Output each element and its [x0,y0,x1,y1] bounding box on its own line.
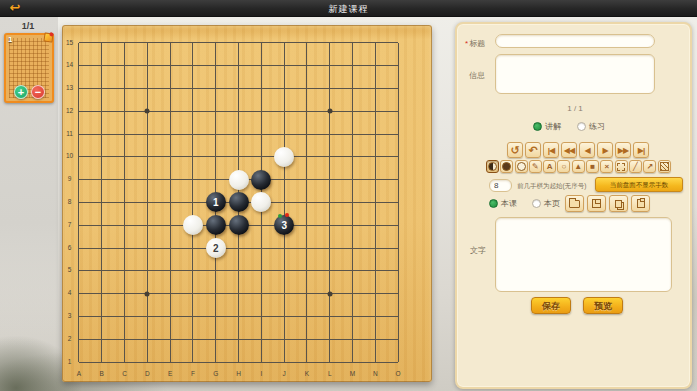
board-intersection[interactable] [318,77,341,100]
board-intersection[interactable] [341,305,364,328]
tool-select-area-button[interactable] [615,160,628,173]
board-intersection[interactable] [250,32,273,55]
board-intersection[interactable] [296,191,319,214]
copy-icon [615,200,622,208]
board-intersection[interactable] [250,54,273,77]
board-intersection[interactable] [90,259,113,282]
board-intersection[interactable] [296,168,319,191]
white-stone[interactable] [274,147,294,167]
board-intersection[interactable] [182,168,205,191]
board-intersection[interactable] [250,145,273,168]
board-intersection[interactable] [341,77,364,100]
black-stone[interactable]: 3 [274,215,294,235]
remove-page-button[interactable]: − [31,85,45,99]
board-intersection[interactable] [136,305,159,328]
board-intersection[interactable] [204,328,227,351]
board-intersection[interactable] [296,100,319,123]
board-intersection[interactable] [227,145,250,168]
board-intersection[interactable] [227,305,250,328]
board-intersection[interactable] [250,123,273,146]
board-intersection[interactable] [113,282,136,305]
board-intersection[interactable] [227,328,250,351]
board-intersection[interactable] [273,305,296,328]
board-intersection[interactable] [364,32,387,55]
tool-eraser-button[interactable]: ✎ [529,160,542,173]
board-intersection[interactable] [364,328,387,351]
nav-reset-button[interactable]: ↺ [507,142,523,158]
board-intersection[interactable] [250,328,273,351]
black-stone[interactable] [229,215,249,235]
board-intersection[interactable] [227,282,250,305]
page-title: 新建课程 [0,3,697,16]
board-intersection[interactable] [136,259,159,282]
mode-radio[interactable]: 练习 [577,121,605,132]
board-intersection[interactable] [68,168,91,191]
board-intersection[interactable] [159,32,182,55]
board-intersection[interactable] [387,100,410,123]
board-intersection[interactable] [136,145,159,168]
board-intersection[interactable] [113,54,136,77]
black-stone-icon [502,162,511,171]
board-intersection[interactable] [341,123,364,146]
board-intersection[interactable] [273,77,296,100]
scope-radio[interactable]: 本课 [489,198,517,209]
black-stone[interactable]: 1 [206,192,226,212]
board-intersection[interactable] [159,100,182,123]
required-asterisk: * [465,39,468,48]
board-intersection[interactable] [318,282,341,305]
board-intersection[interactable]: 2 [204,237,227,260]
board-intersection[interactable] [90,100,113,123]
board-intersection[interactable] [90,305,113,328]
board-intersection[interactable] [227,123,250,146]
board-intersection[interactable] [296,145,319,168]
board-intersection[interactable] [159,282,182,305]
board-intersection[interactable] [296,32,319,55]
board-intersection[interactable] [250,77,273,100]
board-intersection[interactable] [136,191,159,214]
board-intersection[interactable] [159,328,182,351]
board-intersection[interactable] [296,259,319,282]
board-intersection[interactable] [273,168,296,191]
board-intersection[interactable] [68,351,91,374]
board-intersection[interactable] [204,145,227,168]
tool-letter-label-button[interactable]: A [543,160,556,173]
board-intersection[interactable] [68,77,91,100]
board-intersection[interactable] [227,168,250,191]
mode-radio-group: 讲解练习 [533,121,605,132]
board-intersection[interactable] [318,237,341,260]
board-intersection[interactable] [182,282,205,305]
board-intersection[interactable] [318,123,341,146]
board-intersection[interactable] [68,54,91,77]
board-intersection[interactable] [341,328,364,351]
board-intersection[interactable] [273,54,296,77]
board-intersection[interactable] [136,328,159,351]
board-intersection[interactable] [227,259,250,282]
board-intersection[interactable] [68,259,91,282]
board-intersection[interactable] [182,32,205,55]
white-stone[interactable] [229,170,249,190]
star-point [327,291,332,296]
tool-alternate-stone-button[interactable] [486,160,499,173]
add-page-button[interactable]: + [14,85,28,99]
white-stone[interactable] [251,192,271,212]
board-intersection[interactable] [182,351,205,374]
board-intersection[interactable]: 1 [204,191,227,214]
board-intersection[interactable] [204,282,227,305]
board-intersection[interactable] [136,54,159,77]
board-intersection[interactable] [364,145,387,168]
tool-white-stone-button[interactable] [515,160,528,173]
board-intersection[interactable] [159,145,182,168]
board-intersection[interactable] [136,32,159,55]
board-intersection[interactable] [250,305,273,328]
board-intersection[interactable] [68,237,91,260]
board-intersection[interactable] [68,191,91,214]
board-intersection[interactable] [182,123,205,146]
board-intersection[interactable] [90,237,113,260]
board-intersection[interactable] [159,259,182,282]
board-intersection[interactable] [159,305,182,328]
board-intersection[interactable] [227,100,250,123]
board-intersection[interactable] [341,145,364,168]
board-intersection[interactable] [68,32,91,55]
board-intersection[interactable] [68,214,91,237]
board-intersection[interactable] [341,32,364,55]
alternate-stone-icon [488,162,497,171]
board-intersection[interactable] [296,282,319,305]
board-intersection[interactable] [250,282,273,305]
board-intersection[interactable] [318,32,341,55]
board-intersection[interactable] [250,351,273,374]
page-thumbnail[interactable]: 1 + − [4,33,54,103]
text-textarea[interactable] [495,217,672,292]
board-intersection[interactable] [341,282,364,305]
paste-button[interactable] [631,195,650,212]
board-intersection[interactable] [204,214,227,237]
board-intersection[interactable] [113,305,136,328]
board-intersection[interactable] [364,100,387,123]
board-intersection[interactable] [364,54,387,77]
board-intersection[interactable] [273,100,296,123]
board-intersection[interactable] [90,328,113,351]
white-stone[interactable] [183,215,203,235]
board-intersection[interactable] [182,328,205,351]
board-intersection[interactable] [159,191,182,214]
nav-undo-button[interactable]: ↶ [525,142,541,158]
board-intersection[interactable] [364,168,387,191]
black-stone[interactable] [229,192,249,212]
board-intersection[interactable] [250,237,273,260]
board-intersection[interactable] [364,214,387,237]
board-intersection[interactable] [364,259,387,282]
board-intersection[interactable] [90,282,113,305]
board-intersection[interactable] [273,32,296,55]
radio-label: 本页 [544,198,560,209]
board-intersection[interactable] [113,351,136,374]
board-intersection[interactable] [250,191,273,214]
board-intersection[interactable] [136,168,159,191]
scope-radio[interactable]: 本页 [532,198,560,209]
board-intersection[interactable] [250,168,273,191]
board-intersection[interactable] [113,32,136,55]
board-intersection[interactable] [341,191,364,214]
board-intersection[interactable] [90,145,113,168]
board-intersection[interactable] [68,123,91,146]
tool-triangle-marker-button[interactable]: ▲ [572,160,585,173]
board-intersection[interactable] [90,54,113,77]
board-intersection[interactable] [204,259,227,282]
board-intersection[interactable] [273,282,296,305]
board-intersection[interactable] [159,77,182,100]
board-intersection[interactable] [318,54,341,77]
board-intersection[interactable] [318,145,341,168]
board-intersection[interactable] [113,259,136,282]
open-file-button[interactable] [565,195,584,212]
board-intersection[interactable] [182,305,205,328]
board-intersection[interactable] [227,54,250,77]
board-intersection[interactable] [296,123,319,146]
board-intersection[interactable] [364,191,387,214]
folder-icon [569,200,580,208]
board-intersection[interactable] [387,32,410,55]
board-intersection[interactable] [113,191,136,214]
green-dot-marker [278,214,282,218]
board-intersection[interactable] [90,77,113,100]
star-point [145,109,150,114]
tool-hatch-area-button[interactable] [658,160,671,173]
board-intersection[interactable] [273,145,296,168]
black-stone[interactable] [206,215,226,235]
board-intersection[interactable] [159,214,182,237]
board-intersection[interactable] [136,351,159,374]
gomoku-board: 151413121110987654321 ABCDEFGHIJKLMNO 13… [62,25,432,382]
board-intersection[interactable] [182,259,205,282]
board-intersection[interactable] [250,100,273,123]
course-edit-panel: *标题 信息 1 / 1 讲解练习 ↺↶|◀◀◀◀▶▶▶▶| ✎A○▲■×╱↗ … [455,22,692,389]
board-intersection[interactable] [341,100,364,123]
radio-dot [489,199,498,208]
board-intersection[interactable] [250,259,273,282]
board-intersection[interactable] [273,191,296,214]
board-intersection[interactable] [90,123,113,146]
board-intersection[interactable] [387,123,410,146]
board-intersection[interactable] [364,282,387,305]
board-intersection[interactable] [296,305,319,328]
board-intersection[interactable] [273,123,296,146]
board-intersection[interactable] [182,237,205,260]
board-intersection[interactable] [182,100,205,123]
board-intersection[interactable] [182,54,205,77]
board-intersection[interactable] [341,168,364,191]
board-intersection[interactable] [387,305,410,328]
board-intersection[interactable] [387,282,410,305]
board-intersection[interactable]: 3 [273,214,296,237]
board-intersection[interactable] [318,305,341,328]
save-file-button[interactable] [587,195,606,212]
board-intersection[interactable] [113,168,136,191]
markup-toolbar: ✎A○▲■×╱↗ [486,160,671,173]
radio-label: 练习 [589,121,605,132]
board-intersection[interactable] [136,123,159,146]
board-intersection[interactable] [341,351,364,374]
board-intersection[interactable] [318,351,341,374]
save-button[interactable]: 保存 [531,297,571,314]
board-intersection[interactable] [273,237,296,260]
board-intersection[interactable] [90,351,113,374]
board-intersection[interactable] [318,328,341,351]
move-navigation-toolbar: ↺↶|◀◀◀◀▶▶▶▶| [507,142,649,158]
board-intersection[interactable] [364,237,387,260]
board-intersection[interactable] [159,351,182,374]
board-intersection[interactable] [227,214,250,237]
board-intersection[interactable] [68,328,91,351]
star-point [327,109,332,114]
board-intersection[interactable] [296,237,319,260]
board-intersection[interactable] [90,191,113,214]
board-intersection[interactable] [68,100,91,123]
info-textarea[interactable] [495,54,655,94]
nav-last-button[interactable]: ▶| [633,142,649,158]
board-intersection[interactable] [204,100,227,123]
board-intersection[interactable] [341,54,364,77]
board-intersection[interactable] [318,214,341,237]
board-intersection[interactable] [387,77,410,100]
tool-square-marker-button[interactable]: ■ [586,160,599,173]
setup-moves-input[interactable] [489,179,512,192]
white-stone[interactable]: 2 [206,238,226,258]
board-intersection[interactable] [227,351,250,374]
board-intersection[interactable] [113,328,136,351]
board-intersection[interactable] [182,191,205,214]
board-intersection[interactable] [182,214,205,237]
board-intersection[interactable] [182,145,205,168]
title-input[interactable] [495,34,655,48]
tool-arrow-tool-button[interactable]: ↗ [643,160,656,173]
board-intersection[interactable] [136,237,159,260]
board-intersection[interactable] [387,259,410,282]
preview-button[interactable]: 预览 [583,297,623,314]
board-intersection[interactable] [318,259,341,282]
nav-forward-button[interactable]: ▶ [597,142,613,158]
board-intersection[interactable] [68,145,91,168]
board-intersection[interactable] [204,77,227,100]
board-intersection[interactable] [113,77,136,100]
board-intersection[interactable] [227,237,250,260]
board-intersection[interactable] [387,54,410,77]
board-intersection[interactable] [90,32,113,55]
board-intersection[interactable] [296,214,319,237]
file-toolbar [565,195,650,212]
board-intersection[interactable] [136,282,159,305]
board-intersection[interactable] [204,54,227,77]
hide-move-numbers-button[interactable]: 当前盘面不显示手数 [595,177,683,192]
black-stone[interactable] [251,170,271,190]
board-intersection[interactable] [387,145,410,168]
board-intersection[interactable] [387,214,410,237]
board-intersection[interactable] [364,123,387,146]
tool-cross-marker-button[interactable]: × [600,160,613,173]
copy-button[interactable] [609,195,628,212]
board-intersection[interactable] [159,123,182,146]
title-field-label: *标题 [465,38,485,49]
board-intersection[interactable] [204,305,227,328]
board-intersection[interactable] [159,54,182,77]
board-intersection[interactable] [113,123,136,146]
tool-line-tool-button[interactable]: ╱ [629,160,642,173]
board-intersection[interactable] [296,54,319,77]
board-intersection[interactable] [387,328,410,351]
radio-dot [532,199,541,208]
board-intersection[interactable] [113,145,136,168]
board-intersection[interactable] [387,237,410,260]
board-intersection[interactable] [296,77,319,100]
tool-circle-marker-button[interactable]: ○ [557,160,570,173]
board-intersection[interactable] [273,351,296,374]
board-intersection[interactable] [90,168,113,191]
board-intersection[interactable] [136,214,159,237]
board-intersection[interactable] [136,77,159,100]
board-intersection[interactable] [113,214,136,237]
board-intersection[interactable] [318,100,341,123]
board-intersection[interactable] [68,305,91,328]
red-dot-marker [285,213,289,217]
board-intersection[interactable] [204,351,227,374]
board-intersection[interactable] [296,351,319,374]
board-intersection[interactable] [204,123,227,146]
board-intersection[interactable] [204,168,227,191]
info-field-label: 信息 [469,70,485,81]
board-intersection[interactable] [204,32,227,55]
board-intersection[interactable] [250,214,273,237]
board-intersection[interactable] [113,237,136,260]
board-intersection[interactable] [364,77,387,100]
board-intersection[interactable] [90,214,113,237]
nav-fast-back-button[interactable]: ◀◀ [561,142,577,158]
board-intersection[interactable] [341,214,364,237]
board-intersection[interactable] [159,168,182,191]
nav-back-button[interactable]: ◀ [579,142,595,158]
radio-dot [577,122,586,131]
board-intersection[interactable] [273,259,296,282]
board-intersection[interactable] [182,77,205,100]
board-intersection[interactable] [364,305,387,328]
board-intersection[interactable] [227,191,250,214]
board-intersection[interactable] [273,328,296,351]
board-intersection[interactable] [387,168,410,191]
board-intersection[interactable] [227,32,250,55]
board-intersection[interactable] [387,351,410,374]
board-intersection[interactable] [68,282,91,305]
board-intersection[interactable] [341,237,364,260]
tool-black-stone-button[interactable] [500,160,513,173]
board-intersection[interactable] [159,237,182,260]
board-intersection[interactable] [113,100,136,123]
board-intersection[interactable] [227,77,250,100]
board-intersection[interactable] [136,100,159,123]
board-intersection[interactable] [341,259,364,282]
scope-radio-group: 本课本页 [489,198,560,209]
nav-first-button[interactable]: |◀ [543,142,559,158]
nav-fast-forward-button[interactable]: ▶▶ [615,142,631,158]
board-intersection[interactable] [364,351,387,374]
mode-radio[interactable]: 讲解 [533,121,561,132]
board-intersection[interactable] [296,328,319,351]
board-intersection[interactable] [318,191,341,214]
board-intersection[interactable] [318,168,341,191]
board-intersection[interactable] [387,191,410,214]
